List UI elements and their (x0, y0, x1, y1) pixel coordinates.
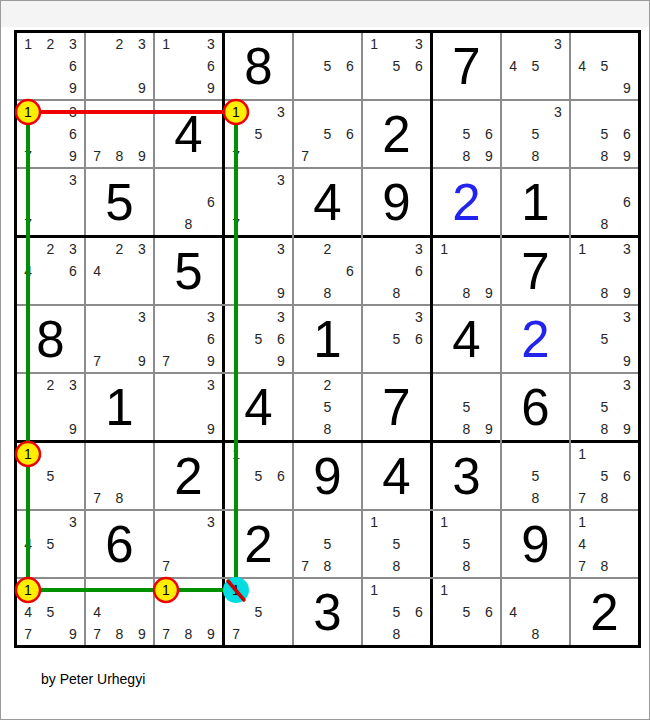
cell-r1c1[interactable]: 12369 (17, 33, 84, 99)
solved-digit: 4 (363, 443, 430, 509)
cell-r2c3[interactable]: 4 (155, 101, 222, 167)
candidate: 6 (408, 601, 430, 623)
candidate: 5 (316, 123, 338, 145)
candidate: 9 (616, 418, 638, 440)
candidate (62, 533, 84, 555)
candidate (225, 238, 247, 260)
candidate: 6 (408, 260, 430, 282)
cell-r7c8[interactable]: 58 (502, 443, 569, 509)
cell-r6c2[interactable]: 1 (86, 374, 153, 440)
candidate-grid: 37 (17, 169, 84, 235)
candidate (616, 101, 638, 123)
candidate (455, 260, 477, 282)
candidate-grid: 156 (433, 579, 500, 645)
solved-digit: 1 (86, 374, 153, 440)
candidate (17, 55, 39, 77)
candidate: 1 (155, 33, 177, 55)
candidate (247, 145, 269, 167)
cell-r4c6[interactable]: 368 (363, 238, 430, 304)
cell-r2c2[interactable]: 789 (86, 101, 153, 167)
candidate (86, 465, 108, 487)
cell-r8c4[interactable]: 2 (225, 511, 292, 577)
candidate (316, 260, 338, 282)
cell-r6c4[interactable]: 4 (225, 374, 292, 440)
candidate (131, 487, 153, 509)
candidate (177, 555, 199, 577)
candidate: 6 (62, 260, 84, 282)
cell-r4c8[interactable]: 7 (502, 238, 569, 304)
candidate: 8 (593, 487, 615, 509)
candidate (200, 169, 222, 191)
candidate: 6 (478, 123, 500, 145)
cell-r1c8[interactable]: 345 (502, 33, 569, 99)
candidate-grid: 1389 (571, 238, 638, 304)
candidate (131, 601, 153, 623)
candidate (339, 418, 361, 440)
cell-r3c3[interactable]: 68 (155, 169, 222, 235)
candidate (433, 396, 455, 418)
cell-r5c9[interactable]: 359 (571, 306, 638, 372)
candidate (363, 555, 385, 577)
candidate (478, 238, 500, 260)
candidate: 8 (593, 555, 615, 577)
cell-r4c5[interactable]: 268 (294, 238, 361, 304)
candidate (616, 487, 638, 509)
cell-r5c1[interactable]: 8 (17, 306, 84, 372)
candidate: 4 (86, 260, 108, 282)
cell-r4c2[interactable]: 234 (86, 238, 153, 304)
cell-r4c7[interactable]: 189 (433, 238, 500, 304)
candidate: 9 (616, 77, 638, 99)
cell-r7c7[interactable]: 3 (433, 443, 500, 509)
candidate (294, 101, 316, 123)
cell-r1c6[interactable]: 1356 (363, 33, 430, 99)
candidate-grid: 5689 (571, 101, 638, 167)
candidate: 8 (316, 418, 338, 440)
candidate (177, 374, 199, 396)
candidate (177, 418, 199, 440)
candidate (62, 555, 84, 577)
cell-r5c5[interactable]: 1 (294, 306, 361, 372)
cell-r3c2[interactable]: 5 (86, 169, 153, 235)
candidate: 5 (247, 601, 269, 623)
candidate (155, 533, 177, 555)
candidate (478, 555, 500, 577)
candidate: 9 (62, 418, 84, 440)
candidate: 3 (270, 169, 292, 191)
cell-r4c4[interactable]: 39 (225, 238, 292, 304)
candidate: 6 (616, 191, 638, 213)
candidate (39, 396, 61, 418)
candidate (247, 350, 269, 372)
cell-r1c3[interactable]: 1369 (155, 33, 222, 99)
cell-r5c7[interactable]: 4 (433, 306, 500, 372)
cell-r9c4[interactable]: 157 (225, 579, 292, 645)
solved-digit: 1 (294, 306, 361, 372)
solved-digit: 7 (502, 238, 569, 304)
candidate: 9 (478, 282, 500, 304)
candidate (571, 374, 593, 396)
candidate (385, 306, 407, 328)
candidate-grid: 567 (294, 101, 361, 167)
cell-r8c8[interactable]: 9 (502, 511, 569, 577)
candidate (524, 33, 546, 55)
candidate (571, 465, 593, 487)
candidate: 7 (86, 350, 108, 372)
candidate (593, 511, 615, 533)
candidate: 6 (616, 123, 638, 145)
cell-r4c3[interactable]: 5 (155, 238, 222, 304)
candidate (339, 533, 361, 555)
candidate (502, 33, 524, 55)
candidate (108, 328, 130, 350)
cell-r9c9[interactable]: 2 (571, 579, 638, 645)
solved-digit: 6 (502, 374, 569, 440)
candidate (547, 579, 569, 601)
candidate-grid: 78 (86, 443, 153, 509)
cell-r7c3[interactable]: 2 (155, 443, 222, 509)
cell-r2c5[interactable]: 567 (294, 101, 361, 167)
candidate-grid: 789 (86, 101, 153, 167)
candidate: 8 (385, 555, 407, 577)
candidate: 6 (408, 55, 430, 77)
candidate (455, 623, 477, 645)
candidate-grid: 356 (363, 306, 430, 372)
candidate: 2 (39, 374, 61, 396)
candidate (270, 487, 292, 509)
candidate (524, 443, 546, 465)
candidate (571, 145, 593, 167)
solved-digit: 9 (294, 443, 361, 509)
candidate (131, 260, 153, 282)
candidate (433, 555, 455, 577)
cell-r1c5[interactable]: 56 (294, 33, 361, 99)
candidate: 5 (593, 328, 615, 350)
cell-r1c7[interactable]: 7 (433, 33, 500, 99)
cell-r2c1[interactable]: 13679 (17, 101, 84, 167)
candidate (433, 533, 455, 555)
cell-r9c6[interactable]: 1568 (363, 579, 430, 645)
candidate (316, 77, 338, 99)
candidate-grid: 13679 (17, 101, 84, 167)
candidate: 5 (455, 396, 477, 418)
candidate: 1 (363, 33, 385, 55)
candidate-grid: 37 (225, 169, 292, 235)
candidate: 2 (316, 238, 338, 260)
candidate (294, 374, 316, 396)
cell-r5c2[interactable]: 379 (86, 306, 153, 372)
candidate (339, 511, 361, 533)
candidate (478, 260, 500, 282)
candidate (108, 579, 130, 601)
candidate (108, 601, 130, 623)
cell-r7c4[interactable]: 156 (225, 443, 292, 509)
solved-digit: 4 (294, 169, 361, 235)
cell-r4c9[interactable]: 1389 (571, 238, 638, 304)
candidate-grid: 39 (225, 238, 292, 304)
candidate-grid: 1789 (155, 579, 222, 645)
candidate (270, 623, 292, 645)
cell-r8c5[interactable]: 578 (294, 511, 361, 577)
window-top-strip (1, 1, 649, 27)
cell-r1c9[interactable]: 459 (571, 33, 638, 99)
candidate: 9 (62, 145, 84, 167)
solved-digit: 7 (363, 374, 430, 440)
candidate (177, 33, 199, 55)
cell-r6c5[interactable]: 258 (294, 374, 361, 440)
cell-r6c6[interactable]: 7 (363, 374, 430, 440)
candidate (385, 33, 407, 55)
candidate (62, 579, 84, 601)
cell-r4c1[interactable]: 2346 (17, 238, 84, 304)
cell-r6c9[interactable]: 3589 (571, 374, 638, 440)
cell-r1c4[interactable]: 8 (225, 33, 292, 99)
candidate: 5 (385, 55, 407, 77)
candidate: 3 (408, 306, 430, 328)
candidate-grid: 239 (86, 33, 153, 99)
cell-r5c3[interactable]: 3679 (155, 306, 222, 372)
solved-digit: 1 (502, 169, 569, 235)
cell-r2c8[interactable]: 358 (502, 101, 569, 167)
candidate (177, 55, 199, 77)
candidate (108, 77, 130, 99)
cell-r2c9[interactable]: 5689 (571, 101, 638, 167)
candidate: 8 (316, 282, 338, 304)
candidate: 3 (270, 101, 292, 123)
candidate: 5 (247, 328, 269, 350)
candidate (62, 396, 84, 418)
candidate: 8 (177, 213, 199, 235)
candidate (108, 260, 130, 282)
cell-r7c1[interactable]: 15 (17, 443, 84, 509)
solved-digit: 4 (155, 101, 222, 167)
candidate (247, 443, 269, 465)
candidate (616, 213, 638, 235)
cell-r7c2[interactable]: 78 (86, 443, 153, 509)
cell-r5c4[interactable]: 3569 (225, 306, 292, 372)
cell-r3c5[interactable]: 4 (294, 169, 361, 235)
cell-r7c5[interactable]: 9 (294, 443, 361, 509)
cell-r2c7[interactable]: 5689 (433, 101, 500, 167)
candidate (455, 511, 477, 533)
cell-r9c7[interactable]: 156 (433, 579, 500, 645)
candidate (62, 443, 84, 465)
candidate (39, 623, 61, 645)
candidate (502, 145, 524, 167)
candidate (478, 579, 500, 601)
candidate (571, 418, 593, 440)
cell-r3c6[interactable]: 9 (363, 169, 430, 235)
candidate: 5 (524, 465, 546, 487)
candidate (39, 260, 61, 282)
candidate (155, 396, 177, 418)
candidate: 3 (200, 306, 222, 328)
candidate: 7 (86, 623, 108, 645)
candidate (294, 260, 316, 282)
candidate (131, 328, 153, 350)
cell-r7c6[interactable]: 4 (363, 443, 430, 509)
candidate (62, 465, 84, 487)
candidate: 5 (593, 55, 615, 77)
cell-r8c7[interactable]: 158 (433, 511, 500, 577)
candidate: 1 (225, 101, 247, 123)
candidate: 5 (385, 533, 407, 555)
candidate: 3 (62, 169, 84, 191)
cell-r7c9[interactable]: 15678 (571, 443, 638, 509)
candidate: 3 (131, 238, 153, 260)
candidate (616, 33, 638, 55)
candidate (39, 579, 61, 601)
candidate (131, 55, 153, 77)
candidate (200, 213, 222, 235)
candidate-grid: 39 (155, 374, 222, 440)
candidate: 4 (17, 260, 39, 282)
candidate: 8 (316, 555, 338, 577)
candidate: 1 (571, 443, 593, 465)
candidate: 8 (108, 623, 130, 645)
candidate (247, 623, 269, 645)
candidate (200, 533, 222, 555)
candidate (200, 555, 222, 577)
candidate (108, 350, 130, 372)
candidate (225, 191, 247, 213)
candidate (593, 101, 615, 123)
candidate (200, 601, 222, 623)
cell-r2c4[interactable]: 1357 (225, 101, 292, 167)
cell-r9c8[interactable]: 48 (502, 579, 569, 645)
candidate: 7 (571, 487, 593, 509)
candidate (593, 306, 615, 328)
candidate (593, 533, 615, 555)
solved-digit: 9 (363, 169, 430, 235)
cell-r6c7[interactable]: 589 (433, 374, 500, 440)
candidate: 4 (571, 55, 593, 77)
candidate (571, 33, 593, 55)
solved-digit: 2 (155, 443, 222, 509)
cell-r9c5[interactable]: 3 (294, 579, 361, 645)
candidate (62, 213, 84, 235)
cell-r5c8[interactable]: 2 (502, 306, 569, 372)
candidate (39, 443, 61, 465)
candidate (62, 191, 84, 213)
cell-r8c9[interactable]: 1478 (571, 511, 638, 577)
candidate: 9 (616, 350, 638, 372)
cell-r3c7[interactable]: 2 (433, 169, 500, 235)
candidate: 1 (17, 443, 39, 465)
candidate: 5 (593, 396, 615, 418)
cell-r9c3[interactable]: 1789 (155, 579, 222, 645)
candidate-grid: 3589 (571, 374, 638, 440)
candidate: 3 (62, 238, 84, 260)
candidate (616, 396, 638, 418)
candidate: 6 (408, 328, 430, 350)
candidate (363, 55, 385, 77)
candidate (270, 145, 292, 167)
candidate (270, 213, 292, 235)
candidate (62, 282, 84, 304)
candidate (385, 77, 407, 99)
candidate: 7 (17, 623, 39, 645)
candidate: 5 (316, 55, 338, 77)
candidate (86, 579, 108, 601)
cell-r8c2[interactable]: 6 (86, 511, 153, 577)
candidate: 4 (17, 533, 39, 555)
cell-r3c4[interactable]: 37 (225, 169, 292, 235)
candidate: 7 (17, 145, 39, 167)
candidate (247, 306, 269, 328)
candidate (433, 145, 455, 167)
candidate (39, 418, 61, 440)
cell-r5c6[interactable]: 356 (363, 306, 430, 372)
cell-r8c3[interactable]: 37 (155, 511, 222, 577)
candidate (108, 55, 130, 77)
candidate (86, 77, 108, 99)
candidate: 5 (385, 601, 407, 623)
cell-r6c3[interactable]: 39 (155, 374, 222, 440)
candidate (225, 328, 247, 350)
candidate: 6 (62, 123, 84, 145)
candidate (385, 511, 407, 533)
candidate (593, 260, 615, 282)
candidate (17, 282, 39, 304)
candidate-grid: 158 (363, 511, 430, 577)
candidate (616, 328, 638, 350)
candidate (39, 123, 61, 145)
candidate (155, 213, 177, 235)
candidate (616, 511, 638, 533)
candidate-grid: 68 (571, 169, 638, 235)
candidate (17, 555, 39, 577)
candidate (177, 601, 199, 623)
cell-r3c9[interactable]: 68 (571, 169, 638, 235)
candidate (339, 33, 361, 55)
cell-r8c6[interactable]: 158 (363, 511, 430, 577)
candidate: 7 (294, 555, 316, 577)
cell-r3c1[interactable]: 37 (17, 169, 84, 235)
candidate (433, 282, 455, 304)
candidate (39, 77, 61, 99)
candidate (131, 443, 153, 465)
cell-r1c2[interactable]: 239 (86, 33, 153, 99)
candidate (502, 123, 524, 145)
candidate (294, 511, 316, 533)
candidate: 8 (108, 145, 130, 167)
candidate (39, 55, 61, 77)
candidate (155, 169, 177, 191)
candidate (86, 328, 108, 350)
candidate: 5 (455, 533, 477, 555)
candidate (502, 487, 524, 509)
cell-r6c1[interactable]: 239 (17, 374, 84, 440)
candidate (17, 465, 39, 487)
candidate-grid: 359 (571, 306, 638, 372)
cell-r9c1[interactable]: 14579 (17, 579, 84, 645)
candidate: 8 (524, 487, 546, 509)
candidate: 3 (616, 238, 638, 260)
cell-r6c8[interactable]: 6 (502, 374, 569, 440)
cell-r2c6[interactable]: 2 (363, 101, 430, 167)
cell-r3c8[interactable]: 1 (502, 169, 569, 235)
candidate (247, 282, 269, 304)
candidate (108, 282, 130, 304)
candidate: 6 (616, 465, 638, 487)
candidate (433, 623, 455, 645)
candidate (17, 238, 39, 260)
candidate (593, 33, 615, 55)
cell-r9c2[interactable]: 4789 (86, 579, 153, 645)
candidate (385, 350, 407, 372)
cell-r8c1[interactable]: 345 (17, 511, 84, 577)
